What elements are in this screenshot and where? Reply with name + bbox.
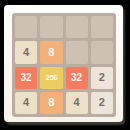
tile-256: 256 <box>40 67 62 89</box>
empty-cell <box>15 16 37 38</box>
tile-4: 4 <box>15 41 37 63</box>
empty-cell <box>66 16 88 38</box>
empty-cell <box>40 16 62 38</box>
tile-4: 4 <box>66 92 88 114</box>
empty-cell <box>91 16 113 38</box>
tile-2: 2 <box>91 67 113 89</box>
tile-4: 4 <box>15 92 37 114</box>
tile-8: 8 <box>40 41 62 63</box>
empty-cell <box>66 41 88 63</box>
board-2048[interactable]: 48322563224842 <box>12 13 116 117</box>
tile-32: 32 <box>15 67 37 89</box>
tile-32: 32 <box>66 67 88 89</box>
game-card: 48322563224842 <box>4 5 123 122</box>
empty-cell <box>91 41 113 63</box>
screenshot-2048: 48322563224842 <box>0 0 130 130</box>
tile-8: 8 <box>40 92 62 114</box>
tile-2: 2 <box>91 92 113 114</box>
